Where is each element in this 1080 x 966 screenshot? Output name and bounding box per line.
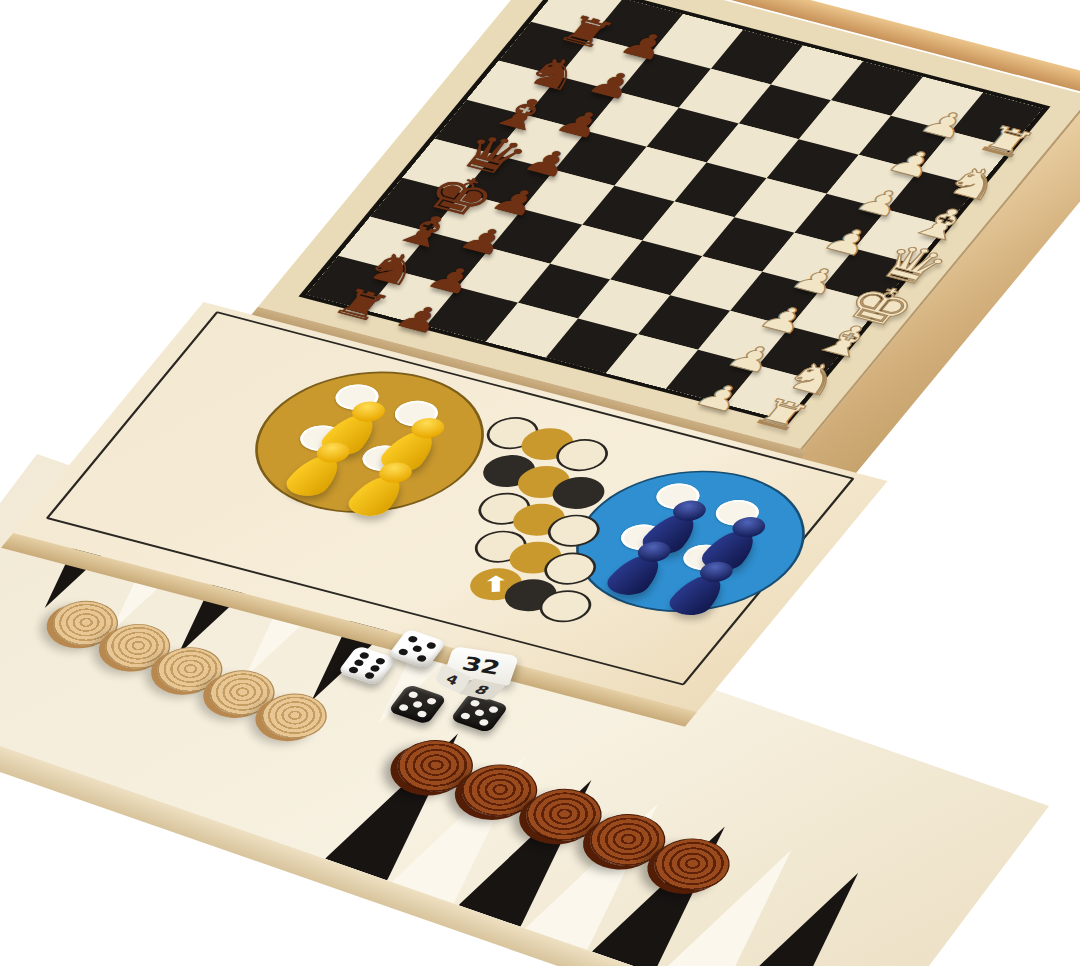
die-pip [397, 648, 409, 656]
die-pip [459, 712, 471, 720]
die-pip [416, 710, 428, 718]
die-pip [397, 703, 409, 711]
die-pip [469, 699, 481, 707]
die-pip [473, 709, 485, 717]
die-pip [425, 641, 437, 649]
die-pip [407, 635, 419, 643]
die-pip [348, 666, 360, 674]
die-pip [416, 654, 428, 662]
die-pip [411, 645, 423, 653]
die-pip [363, 671, 375, 679]
die-pip [407, 690, 419, 698]
die-pip [478, 718, 490, 726]
game-box-photo: ♜♟♟♜♞♟♟♞♝♟♟♝♛♟♟♛♚♟♟♚♝♟♟♝♞♟♟♞♜♟♟♜ ⬆ 3248 [0, 0, 1080, 966]
die-pip [411, 700, 423, 708]
die-pip [488, 705, 500, 713]
die-pip [426, 697, 438, 705]
